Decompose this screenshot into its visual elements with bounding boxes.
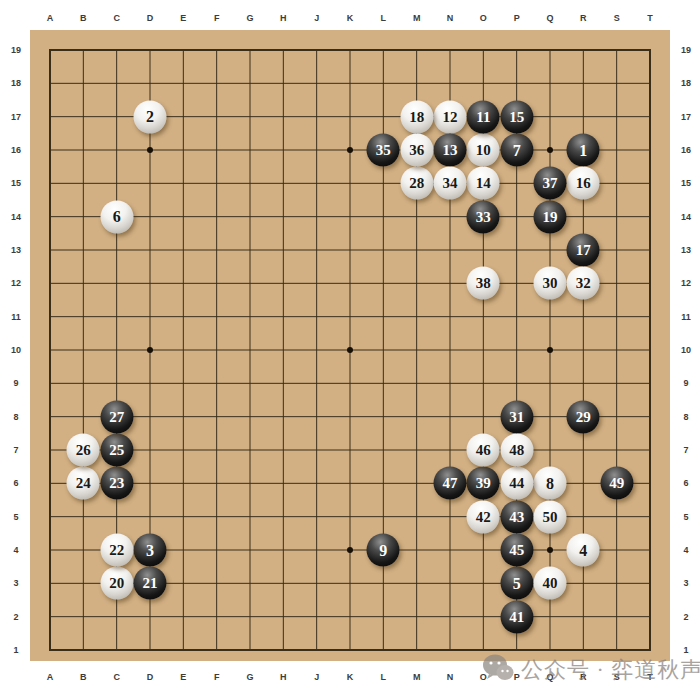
stone-black: 3	[134, 534, 167, 567]
row-label-left: 16	[11, 145, 21, 155]
row-label-left: 2	[13, 612, 18, 622]
stone-white: 16	[567, 167, 600, 200]
stone-black: 13	[434, 134, 467, 167]
stone-white: 44	[500, 467, 533, 500]
stone-white: 18	[400, 100, 433, 133]
row-label-left: 15	[11, 178, 21, 188]
row-label-left: 13	[11, 245, 21, 255]
col-label-top: F	[214, 13, 220, 23]
row-label-right: 13	[681, 245, 691, 255]
row-label-left: 18	[11, 78, 21, 88]
col-label-top: A	[47, 13, 54, 23]
row-label-left: 5	[13, 512, 18, 522]
stone-black: 49	[600, 467, 633, 500]
stone-black: 15	[500, 100, 533, 133]
row-label-right: 3	[683, 578, 688, 588]
star-point	[547, 147, 553, 153]
col-label-top: K	[347, 13, 354, 23]
col-label-top: D	[147, 13, 154, 23]
stone-white: 36	[400, 134, 433, 167]
row-label-right: 19	[681, 45, 691, 55]
watermark-text: 公众号 · 弈道秋声	[521, 655, 700, 685]
stone-white: 42	[467, 500, 500, 533]
stone-black: 23	[100, 467, 133, 500]
col-label-bottom: H	[280, 672, 287, 682]
row-label-left: 14	[11, 212, 21, 222]
star-point	[347, 147, 353, 153]
stone-white: 46	[467, 434, 500, 467]
stone-white: 40	[534, 567, 567, 600]
col-label-top: E	[180, 13, 186, 23]
col-label-top: M	[413, 13, 421, 23]
row-label-left: 10	[11, 345, 21, 355]
star-point	[547, 547, 553, 553]
col-label-top: G	[246, 13, 253, 23]
stone-white: 8	[534, 467, 567, 500]
col-label-top: S	[614, 13, 620, 23]
col-label-bottom: F	[214, 672, 220, 682]
stone-black: 35	[367, 134, 400, 167]
stone-white: 22	[100, 534, 133, 567]
stone-black: 7	[500, 134, 533, 167]
row-label-right: 10	[681, 345, 691, 355]
stone-white: 14	[467, 167, 500, 200]
row-label-left: 8	[13, 412, 18, 422]
row-label-left: 12	[11, 278, 21, 288]
star-point	[147, 347, 153, 353]
col-label-bottom: B	[80, 672, 87, 682]
stone-white: 50	[534, 500, 567, 533]
col-label-bottom: D	[147, 672, 154, 682]
stone-white: 34	[434, 167, 467, 200]
row-label-left: 7	[13, 445, 18, 455]
row-label-right: 8	[683, 412, 688, 422]
col-label-top: C	[113, 13, 120, 23]
col-label-top: L	[381, 13, 387, 23]
stone-white: 38	[467, 267, 500, 300]
col-label-top: N	[447, 13, 454, 23]
col-label-bottom: M	[413, 672, 421, 682]
stone-white: 48	[500, 434, 533, 467]
row-label-right: 5	[683, 512, 688, 522]
stone-black: 43	[500, 500, 533, 533]
col-label-bottom: C	[113, 672, 120, 682]
col-label-bottom: L	[381, 672, 387, 682]
stone-white: 28	[400, 167, 433, 200]
stone-white: 26	[67, 434, 100, 467]
col-label-top: O	[480, 13, 487, 23]
row-label-right: 16	[681, 145, 691, 155]
row-label-right: 9	[683, 378, 688, 388]
col-label-top: J	[314, 13, 319, 23]
watermark: 公众号 · 弈道秋声	[482, 651, 700, 689]
row-label-right: 12	[681, 278, 691, 288]
stone-white: 10	[467, 134, 500, 167]
row-label-left: 3	[13, 578, 18, 588]
stone-black: 47	[434, 467, 467, 500]
row-label-right: 4	[683, 545, 688, 555]
stone-black: 5	[500, 567, 533, 600]
stone-white: 20	[100, 567, 133, 600]
stone-black: 29	[567, 400, 600, 433]
row-label-left: 1	[13, 645, 18, 655]
row-label-right: 6	[683, 478, 688, 488]
row-label-right: 15	[681, 178, 691, 188]
stone-white: 12	[434, 100, 467, 133]
stone-black: 33	[467, 200, 500, 233]
stone-black: 27	[100, 400, 133, 433]
stone-white: 6	[100, 200, 133, 233]
col-label-bottom: E	[180, 672, 186, 682]
star-point	[347, 347, 353, 353]
col-label-top: P	[514, 13, 520, 23]
stone-white: 32	[567, 267, 600, 300]
stone-black: 45	[500, 534, 533, 567]
stone-black: 11	[467, 100, 500, 133]
star-point	[347, 547, 353, 553]
row-label-right: 18	[681, 78, 691, 88]
row-label-left: 4	[13, 545, 18, 555]
go-diagram-page: AABBCCDDEEFFGGHHJJKKLLMMNNOOPPQQRRSSTT19…	[0, 0, 700, 700]
col-label-top: H	[280, 13, 287, 23]
row-label-left: 9	[13, 378, 18, 388]
row-label-right: 11	[681, 312, 691, 322]
stone-white: 2	[134, 100, 167, 133]
row-label-right: 14	[681, 212, 691, 222]
stone-black: 31	[500, 400, 533, 433]
stone-black: 25	[100, 434, 133, 467]
stone-black: 1	[567, 134, 600, 167]
stone-black: 19	[534, 200, 567, 233]
star-point	[147, 147, 153, 153]
row-label-right: 17	[681, 112, 691, 122]
row-label-right: 2	[683, 612, 688, 622]
star-point	[547, 347, 553, 353]
col-label-bottom: A	[47, 672, 54, 682]
row-label-left: 19	[11, 45, 21, 55]
col-label-top: R	[580, 13, 587, 23]
stone-white: 4	[567, 534, 600, 567]
stone-black: 41	[500, 600, 533, 633]
col-label-top: Q	[546, 13, 553, 23]
stone-black: 9	[367, 534, 400, 567]
stone-white: 24	[67, 467, 100, 500]
stone-black: 21	[134, 567, 167, 600]
row-label-right: 7	[683, 445, 688, 455]
stone-black: 17	[567, 234, 600, 267]
col-label-bottom: G	[246, 672, 253, 682]
col-label-bottom: N	[447, 672, 454, 682]
wechat-icon	[482, 653, 514, 687]
col-label-top: B	[80, 13, 87, 23]
col-label-top: T	[647, 13, 653, 23]
stone-black: 39	[467, 467, 500, 500]
row-label-left: 11	[11, 312, 21, 322]
row-label-left: 17	[11, 112, 21, 122]
row-label-left: 6	[13, 478, 18, 488]
stone-white: 30	[534, 267, 567, 300]
col-label-bottom: K	[347, 672, 354, 682]
col-label-bottom: J	[314, 672, 319, 682]
stone-black: 37	[534, 167, 567, 200]
